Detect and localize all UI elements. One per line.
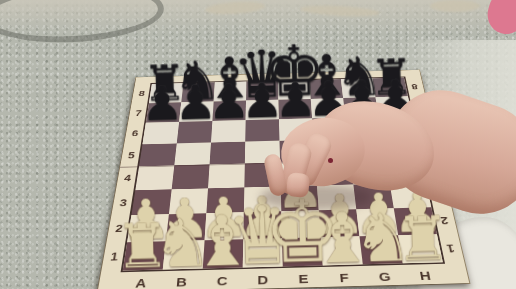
square-e5 (279, 139, 315, 162)
square-c4 (208, 163, 245, 188)
board-grid: ♜♞♝♛♚♝♞♜♟♟♟♟♟♟♟♟♟♟♟♟♟♟♟♟♜♞♝♛♚♝♞♜ (123, 77, 443, 270)
square-g1: ♞ (359, 235, 402, 264)
rank-label-rank-right-2: 2 (433, 207, 456, 234)
square-h7: ♟ (376, 96, 413, 117)
square-f7: ♟ (311, 98, 346, 119)
rank-label-rank-left-1: 1 (103, 242, 125, 271)
square-g8: ♞ (341, 78, 376, 98)
square-b7: ♟ (179, 101, 214, 122)
file-label-d: D (242, 272, 283, 287)
square-e1: ♚ (282, 237, 323, 267)
square-f5 (314, 139, 351, 162)
square-d3 (244, 186, 281, 212)
square-h2: ♟ (394, 207, 437, 235)
square-g3 (353, 183, 393, 209)
square-c1: ♝ (203, 239, 244, 269)
square-h6 (379, 116, 417, 138)
rank-label-rank-left-5: 5 (122, 144, 141, 167)
file-label-g: G (363, 269, 406, 284)
rank-label-rank-left-8: 8 (133, 84, 150, 103)
square-c5 (210, 141, 246, 164)
square-a3 (131, 189, 171, 215)
square-a4 (135, 165, 174, 190)
square-f4 (315, 161, 353, 185)
square-h3 (390, 182, 432, 208)
square-b4 (172, 164, 210, 189)
square-d8: ♛ (246, 81, 278, 101)
rank-label-rank-left-6: 6 (126, 123, 144, 144)
rank-label-rank-right-1: 1 (439, 233, 463, 262)
square-d1: ♛ (243, 238, 283, 268)
square-d4 (244, 163, 280, 188)
square-b5 (174, 142, 211, 165)
square-h8: ♜ (372, 77, 407, 97)
square-g6 (345, 117, 382, 139)
square-d5 (245, 140, 280, 163)
square-h1: ♜ (398, 234, 443, 263)
square-e7: ♟ (278, 99, 312, 120)
square-e4 (280, 162, 317, 187)
chess-board: ♜♞♝♛♚♝♞♜♟♟♟♟♟♟♟♟♟♟♟♟♟♟♟♟♜♞♝♛♚♝♞♜ ABCDEFG… (89, 0, 470, 289)
rank-label-rank-right-8: 8 (405, 77, 423, 96)
square-b6 (177, 121, 213, 143)
square-g4 (351, 160, 390, 184)
rank-label-rank-left-3: 3 (113, 190, 133, 216)
square-a5 (139, 143, 177, 166)
square-a8: ♜ (149, 83, 183, 103)
board-coordinates: ABCDEFGH8765432187654321 (136, 70, 419, 77)
rank-label-rank-right-6: 6 (414, 115, 433, 136)
file-label-f: F (323, 270, 365, 285)
square-f8: ♝ (309, 79, 343, 99)
square-a6 (143, 122, 180, 144)
square-c3 (206, 187, 244, 213)
square-g5 (348, 138, 386, 161)
square-b3 (169, 188, 208, 214)
square-e6 (279, 118, 314, 140)
square-f2: ♟ (319, 209, 360, 237)
square-d7: ♟ (246, 99, 279, 120)
square-h4 (386, 159, 426, 183)
square-b2: ♟ (166, 213, 206, 241)
photo-scene: ♜♞♝♛♚♝♞♜♟♟♟♟♟♟♟♟♟♟♟♟♟♟♟♟♜♞♝♛♚♝♞♜ ABCDEFG… (0, 0, 516, 289)
square-d6 (245, 119, 279, 141)
file-label-e: E (283, 271, 324, 286)
square-c7: ♟ (212, 100, 246, 121)
square-e8: ♚ (278, 80, 311, 100)
square-c2: ♟ (205, 212, 244, 240)
square-f1: ♝ (321, 236, 363, 265)
square-a7: ♟ (146, 102, 181, 123)
square-f3 (317, 184, 356, 210)
square-a1: ♜ (123, 241, 166, 271)
rank-label-rank-right-5: 5 (418, 136, 438, 159)
rank-label-rank-left-2: 2 (108, 215, 129, 242)
rank-label-rank-left-7: 7 (130, 103, 148, 123)
square-c6 (211, 120, 246, 142)
file-label-b: B (161, 274, 203, 289)
rank-label-rank-right-3: 3 (428, 182, 450, 207)
square-c8: ♝ (214, 82, 247, 102)
square-a2: ♟ (127, 214, 169, 242)
square-b1: ♞ (163, 240, 205, 270)
board-perspective: ♜♞♝♛♚♝♞♜♟♟♟♟♟♟♟♟♟♟♟♟♟♟♟♟♜♞♝♛♚♝♞♜ ABCDEFG… (97, 70, 469, 289)
rank-label-rank-left-4: 4 (118, 166, 138, 190)
square-f6 (312, 118, 348, 140)
square-g7: ♟ (343, 97, 379, 118)
square-b8: ♞ (181, 82, 215, 102)
board-frame: ♜♞♝♛♚♝♞♜♟♟♟♟♟♟♟♟♟♟♟♟♟♟♟♟♜♞♝♛♚♝♞♜ ABCDEFG… (97, 70, 469, 289)
file-label-h: H (404, 268, 447, 283)
square-d2: ♟ (243, 211, 282, 239)
rank-label-rank-right-4: 4 (423, 158, 444, 182)
rank-label-rank-right-7: 7 (409, 96, 428, 116)
square-h5 (382, 137, 421, 160)
square-e2 (281, 210, 320, 238)
file-label-a: A (120, 275, 162, 289)
file-label-c: C (201, 273, 242, 288)
square-e3: ♟ (281, 185, 319, 211)
square-g2: ♟ (356, 208, 398, 236)
